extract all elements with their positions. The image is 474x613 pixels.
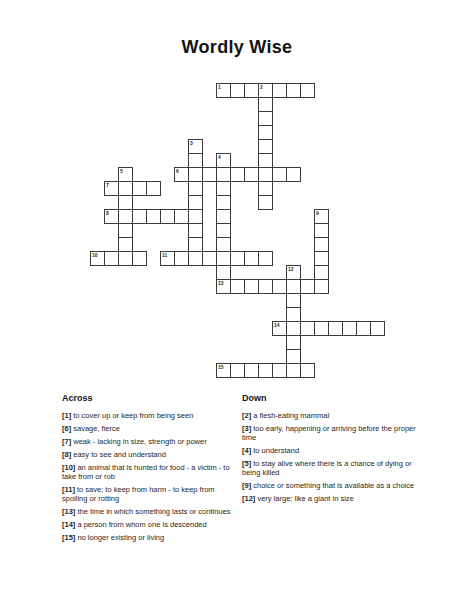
grid-cell-r10c9[interactable] xyxy=(216,223,231,238)
grid-cell-r20c11[interactable] xyxy=(244,363,259,378)
grid-cell-r8c12[interactable] xyxy=(258,195,273,210)
grid-cell-r14c10[interactable] xyxy=(230,279,245,294)
clue-number: [3] xyxy=(242,424,251,433)
grid-cell-r7c7[interactable] xyxy=(188,181,203,196)
grid-cell-r14c12[interactable] xyxy=(258,279,273,294)
grid-cell-r20c15[interactable] xyxy=(300,363,315,378)
grid-cell-r2c12[interactable] xyxy=(258,111,273,126)
grid-cell-r10c7[interactable] xyxy=(188,223,203,238)
grid-cell-r20c12[interactable] xyxy=(258,363,273,378)
grid-cell-r20c10[interactable] xyxy=(230,363,245,378)
grid-cell-r8c9[interactable] xyxy=(216,195,231,210)
grid-cell-r9c16[interactable] xyxy=(314,209,329,224)
grid-cell-r12c11[interactable] xyxy=(244,251,259,266)
grid-cell-r0c9[interactable] xyxy=(216,83,231,98)
grid-cell-r7c4[interactable] xyxy=(146,181,161,196)
grid-cell-r14c11[interactable] xyxy=(244,279,259,294)
grid-cell-r0c15[interactable] xyxy=(300,83,315,98)
crossword-grid: 123456789101112131415 xyxy=(90,83,386,379)
grid-cell-r14c9[interactable] xyxy=(216,279,231,294)
grid-cell-r15c14[interactable] xyxy=(286,293,301,308)
clue-number: [14] xyxy=(62,520,75,529)
grid-cell-r8c7[interactable] xyxy=(188,195,203,210)
grid-cell-r17c15[interactable] xyxy=(300,321,315,336)
grid-cell-r18c14[interactable] xyxy=(286,335,301,350)
grid-cell-r7c3[interactable] xyxy=(132,181,147,196)
grid-cell-r9c3[interactable] xyxy=(132,209,147,224)
grid-cell-r5c12[interactable] xyxy=(258,153,273,168)
grid-cell-r17c20[interactable] xyxy=(370,321,385,336)
grid-cell-r20c14[interactable] xyxy=(286,363,301,378)
grid-cell-r6c13[interactable] xyxy=(272,167,287,182)
grid-cell-r11c16[interactable] xyxy=(314,237,329,252)
clue-across-10: [10] an animal that is hunted for food -… xyxy=(62,463,234,481)
grid-cell-r9c5[interactable] xyxy=(160,209,175,224)
grid-cell-r6c8[interactable] xyxy=(202,167,217,182)
clue-across-13: [13] the time in which something lasts o… xyxy=(62,507,234,516)
grid-cell-r0c14[interactable] xyxy=(286,83,301,98)
clue-across-14: [14] a person from whom one is descended xyxy=(62,520,234,529)
grid-cell-r12c7[interactable] xyxy=(188,251,203,266)
grid-cell-r13c9[interactable] xyxy=(216,265,231,280)
grid-cell-r10c2[interactable] xyxy=(118,223,133,238)
grid-cell-r7c2[interactable] xyxy=(118,181,133,196)
grid-cell-r12c10[interactable] xyxy=(230,251,245,266)
grid-cell-r7c9[interactable] xyxy=(216,181,231,196)
clue-across-1: [1] to cover up or keep from being seen xyxy=(62,411,234,420)
clue-across-15: [15] no longer existing or living xyxy=(62,533,234,542)
down-clues-section: Down [2] a flesh-eating mammal[3] too ea… xyxy=(242,393,420,507)
grid-cell-r9c9[interactable] xyxy=(216,209,231,224)
grid-cell-r12c0[interactable] xyxy=(90,251,105,266)
grid-cell-r9c7[interactable] xyxy=(188,209,203,224)
grid-cell-r17c18[interactable] xyxy=(342,321,357,336)
grid-cell-r3c12[interactable] xyxy=(258,125,273,140)
grid-cell-r12c3[interactable] xyxy=(132,251,147,266)
across-clue-list: [1] to cover up or keep from being seen[… xyxy=(62,411,234,543)
grid-cell-r14c16[interactable] xyxy=(314,279,329,294)
grid-cell-r12c1[interactable] xyxy=(104,251,119,266)
grid-cell-r14c13[interactable] xyxy=(272,279,287,294)
grid-cell-r11c7[interactable] xyxy=(188,237,203,252)
grid-cell-r6c7[interactable] xyxy=(188,167,203,182)
grid-cell-r12c2[interactable] xyxy=(118,251,133,266)
clue-number: [13] xyxy=(62,507,75,516)
clue-number: [2] xyxy=(242,411,251,420)
clue-number: [9] xyxy=(242,481,251,490)
grid-cell-r6c11[interactable] xyxy=(244,167,259,182)
clue-down-9: [9] choice or something that is availabl… xyxy=(242,481,420,490)
clue-number: [6] xyxy=(62,424,71,433)
grid-cell-r12c12[interactable] xyxy=(258,251,273,266)
clue-across-8: [8] easy to see and understand xyxy=(62,450,234,459)
grid-cell-r19c14[interactable] xyxy=(286,349,301,364)
grid-cell-r17c19[interactable] xyxy=(356,321,371,336)
grid-cell-r6c14[interactable] xyxy=(286,167,301,182)
grid-cell-r9c6[interactable] xyxy=(174,209,189,224)
clue-down-2: [2] a flesh-eating mammal xyxy=(242,411,420,420)
clue-down-12: [12] very large; like a giant in size xyxy=(242,494,420,503)
grid-cell-r12c6[interactable] xyxy=(174,251,189,266)
down-clue-list: [2] a flesh-eating mammal[3] too early, … xyxy=(242,411,420,504)
grid-cell-r9c2[interactable] xyxy=(118,209,133,224)
grid-cell-r12c16[interactable] xyxy=(314,251,329,266)
grid-cell-r10c16[interactable] xyxy=(314,223,329,238)
grid-cell-r6c9[interactable] xyxy=(216,167,231,182)
clue-number: [7] xyxy=(62,437,71,446)
clue-across-11: [11] to save; to keep from harm - to kee… xyxy=(62,485,234,503)
grid-cell-r0c12[interactable] xyxy=(258,83,273,98)
grid-cell-r4c7[interactable] xyxy=(188,139,203,154)
crossword-worksheet: { "game": "crossword", "title": "Wordly … xyxy=(0,0,474,613)
grid-cell-r20c13[interactable] xyxy=(272,363,287,378)
clue-number: [5] xyxy=(242,459,251,468)
grid-cell-r17c16[interactable] xyxy=(314,321,329,336)
grid-cell-r0c11[interactable] xyxy=(244,83,259,98)
clue-down-3: [3] too early, happening or arriving bef… xyxy=(242,424,420,442)
grid-cell-r13c14[interactable] xyxy=(286,265,301,280)
grid-cell-r5c7[interactable] xyxy=(188,153,203,168)
clue-number: [1] xyxy=(62,411,71,420)
grid-cell-r0c10[interactable] xyxy=(230,83,245,98)
clue-number: [12] xyxy=(242,494,255,503)
grid-cell-r7c1[interactable] xyxy=(104,181,119,196)
grid-cell-r5c9[interactable] xyxy=(216,153,231,168)
clue-across-6: [6] savage, fierce xyxy=(62,424,234,433)
grid-cell-r17c14[interactable] xyxy=(286,321,301,336)
grid-cell-r17c17[interactable] xyxy=(328,321,343,336)
clue-down-5: [5] to stay alive where there is a chanc… xyxy=(242,459,420,477)
clue-number: [15] xyxy=(62,533,75,542)
grid-cell-r16c14[interactable] xyxy=(286,307,301,322)
grid-cell-r17c13[interactable] xyxy=(272,321,287,336)
grid-cell-r6c2[interactable] xyxy=(118,167,133,182)
down-header: Down xyxy=(242,393,420,403)
grid-cell-r11c9[interactable] xyxy=(216,237,231,252)
grid-cell-r9c1[interactable] xyxy=(104,209,119,224)
grid-cell-r6c10[interactable] xyxy=(230,167,245,182)
clue-number: [8] xyxy=(62,450,71,459)
grid-cell-r8c2[interactable] xyxy=(118,195,133,210)
across-header: Across xyxy=(62,393,234,403)
grid-cell-r6c6[interactable] xyxy=(174,167,189,182)
grid-cell-r9c4[interactable] xyxy=(146,209,161,224)
grid-cell-r20c9[interactable] xyxy=(216,363,231,378)
grid-cell-r12c8[interactable] xyxy=(202,251,217,266)
across-clues-section: Across [1] to cover up or keep from bein… xyxy=(62,393,234,546)
clue-number: [11] xyxy=(62,485,75,494)
grid-cell-r12c9[interactable] xyxy=(216,251,231,266)
clue-number: [4] xyxy=(242,446,251,455)
grid-cell-r4c12[interactable] xyxy=(258,139,273,154)
grid-cell-r11c2[interactable] xyxy=(118,237,133,252)
grid-cell-r12c5[interactable] xyxy=(160,251,175,266)
page-title: Wordly Wise xyxy=(0,37,474,58)
grid-cell-r1c12[interactable] xyxy=(258,97,273,112)
grid-cell-r6c12[interactable] xyxy=(258,167,273,182)
grid-cell-r7c12[interactable] xyxy=(258,181,273,196)
clue-down-4: [4] to understand xyxy=(242,446,420,455)
grid-cell-r14c14[interactable] xyxy=(286,279,301,294)
grid-cell-r0c13[interactable] xyxy=(272,83,287,98)
clue-number: [10] xyxy=(62,463,75,472)
clue-across-7: [7] weak - lacking in size, strength or … xyxy=(62,437,234,446)
grid-cell-r13c16[interactable] xyxy=(314,265,329,280)
grid-cell-r14c15[interactable] xyxy=(300,279,315,294)
